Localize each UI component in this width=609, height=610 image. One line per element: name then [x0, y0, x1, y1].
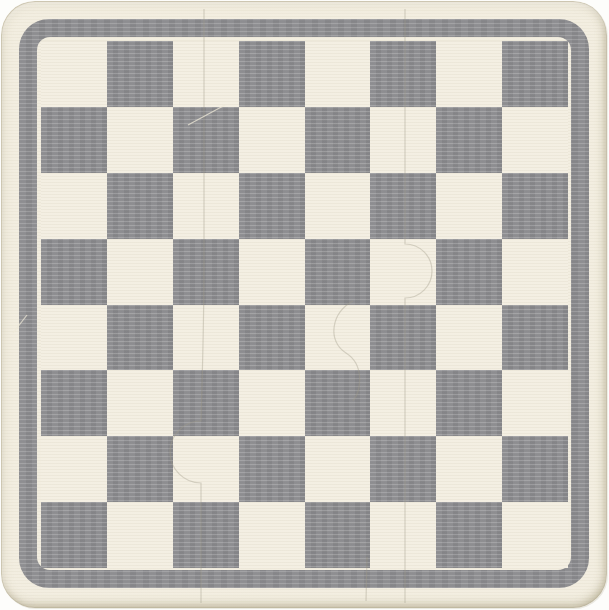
square-f7[interactable] [370, 107, 436, 173]
square-c8[interactable] [173, 41, 239, 107]
square-e5[interactable] [305, 239, 371, 305]
square-d5[interactable] [239, 239, 305, 305]
square-b8[interactable] [107, 41, 173, 107]
square-a8[interactable] [41, 41, 107, 107]
square-e2[interactable] [305, 436, 371, 502]
square-g3[interactable] [436, 370, 502, 436]
square-f4[interactable] [370, 305, 436, 371]
square-c4[interactable] [173, 305, 239, 371]
square-f5[interactable] [370, 239, 436, 305]
square-f2[interactable] [370, 436, 436, 502]
square-e3[interactable] [305, 370, 371, 436]
square-e1[interactable] [305, 502, 371, 568]
square-d8[interactable] [239, 41, 305, 107]
square-d1[interactable] [239, 502, 305, 568]
square-g5[interactable] [436, 239, 502, 305]
board-grid [41, 41, 568, 568]
square-g7[interactable] [436, 107, 502, 173]
square-g2[interactable] [436, 436, 502, 502]
square-h3[interactable] [502, 370, 568, 436]
square-a3[interactable] [41, 370, 107, 436]
square-a7[interactable] [41, 107, 107, 173]
photo-background [0, 0, 609, 610]
square-c1[interactable] [173, 502, 239, 568]
square-b4[interactable] [107, 305, 173, 371]
square-b1[interactable] [107, 502, 173, 568]
square-d2[interactable] [239, 436, 305, 502]
square-a2[interactable] [41, 436, 107, 502]
square-f3[interactable] [370, 370, 436, 436]
square-e8[interactable] [305, 41, 371, 107]
square-g6[interactable] [436, 173, 502, 239]
chessboard [1, 1, 607, 608]
square-h4[interactable] [502, 305, 568, 371]
square-f1[interactable] [370, 502, 436, 568]
square-e4[interactable] [305, 305, 371, 371]
square-a1[interactable] [41, 502, 107, 568]
square-h5[interactable] [502, 239, 568, 305]
square-a4[interactable] [41, 305, 107, 371]
square-h1[interactable] [502, 502, 568, 568]
square-f8[interactable] [370, 41, 436, 107]
square-b5[interactable] [107, 239, 173, 305]
square-g8[interactable] [436, 41, 502, 107]
square-d3[interactable] [239, 370, 305, 436]
square-c3[interactable] [173, 370, 239, 436]
square-a5[interactable] [41, 239, 107, 305]
square-f6[interactable] [370, 173, 436, 239]
square-d4[interactable] [239, 305, 305, 371]
square-c7[interactable] [173, 107, 239, 173]
square-e7[interactable] [305, 107, 371, 173]
square-d7[interactable] [239, 107, 305, 173]
square-b3[interactable] [107, 370, 173, 436]
square-h8[interactable] [502, 41, 568, 107]
square-g1[interactable] [436, 502, 502, 568]
square-b2[interactable] [107, 436, 173, 502]
square-a6[interactable] [41, 173, 107, 239]
square-h7[interactable] [502, 107, 568, 173]
square-h2[interactable] [502, 436, 568, 502]
square-b7[interactable] [107, 107, 173, 173]
square-c5[interactable] [173, 239, 239, 305]
square-c6[interactable] [173, 173, 239, 239]
square-h6[interactable] [502, 173, 568, 239]
square-c2[interactable] [173, 436, 239, 502]
square-d6[interactable] [239, 173, 305, 239]
square-b6[interactable] [107, 173, 173, 239]
square-e6[interactable] [305, 173, 371, 239]
square-g4[interactable] [436, 305, 502, 371]
